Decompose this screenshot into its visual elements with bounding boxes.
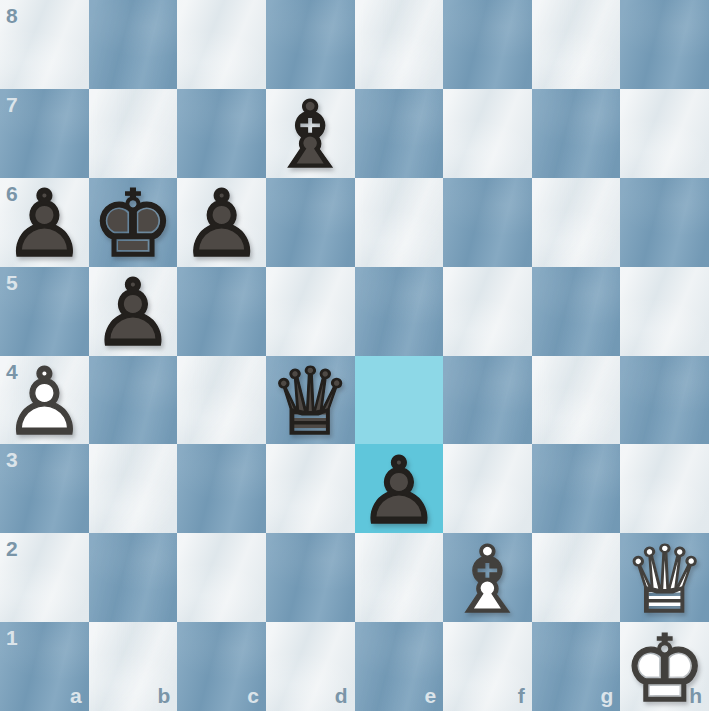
square-g5[interactable] bbox=[532, 267, 621, 356]
square-c5[interactable] bbox=[177, 267, 266, 356]
square-a4[interactable]: 4♟♙ bbox=[0, 356, 89, 445]
black-bishop-outline: ♗ bbox=[269, 90, 352, 183]
square-d5[interactable] bbox=[266, 267, 355, 356]
square-b6[interactable]: ♚♔ bbox=[89, 178, 178, 267]
square-b1[interactable]: b bbox=[89, 622, 178, 711]
square-f3[interactable] bbox=[443, 444, 532, 533]
file-label-d: d bbox=[335, 685, 348, 706]
black-pawn-outline: ♙ bbox=[180, 178, 263, 271]
square-b8[interactable] bbox=[89, 0, 178, 89]
square-f1[interactable]: f bbox=[443, 622, 532, 711]
chess-board: 87♝♗6♟♙♚♔♟♙5♟♙4♟♙♛♕3♟♙2♝♗♛♕1abcdefgh♚♔ bbox=[0, 0, 709, 711]
file-label-a: a bbox=[70, 685, 82, 706]
square-e4[interactable] bbox=[355, 356, 444, 445]
square-e7[interactable] bbox=[355, 89, 444, 178]
square-d2[interactable] bbox=[266, 533, 355, 622]
white-queen[interactable]: ♛♕ bbox=[620, 533, 709, 622]
square-c2[interactable] bbox=[177, 533, 266, 622]
square-b4[interactable] bbox=[89, 356, 178, 445]
square-a8[interactable]: 8 bbox=[0, 0, 89, 89]
rank-label-7: 7 bbox=[6, 94, 18, 115]
square-g7[interactable] bbox=[532, 89, 621, 178]
black-pawn[interactable]: ♟♙ bbox=[0, 178, 89, 267]
square-g2[interactable] bbox=[532, 533, 621, 622]
square-e6[interactable] bbox=[355, 178, 444, 267]
square-b5[interactable]: ♟♙ bbox=[89, 267, 178, 356]
white-king[interactable]: ♚♔ bbox=[620, 622, 709, 711]
square-f8[interactable] bbox=[443, 0, 532, 89]
square-a1[interactable]: 1a bbox=[0, 622, 89, 711]
white-king-outline: ♔ bbox=[623, 623, 706, 711]
file-label-e: e bbox=[424, 685, 436, 706]
square-h5[interactable] bbox=[620, 267, 709, 356]
square-d7[interactable]: ♝♗ bbox=[266, 89, 355, 178]
file-label-g: g bbox=[601, 685, 614, 706]
white-bishop[interactable]: ♝♗ bbox=[443, 533, 532, 622]
square-h3[interactable] bbox=[620, 444, 709, 533]
square-h2[interactable]: ♛♕ bbox=[620, 533, 709, 622]
square-c4[interactable] bbox=[177, 356, 266, 445]
black-king[interactable]: ♚♔ bbox=[89, 178, 178, 267]
rank-label-8: 8 bbox=[6, 5, 18, 26]
white-pawn-outline: ♙ bbox=[3, 356, 86, 449]
square-h4[interactable] bbox=[620, 356, 709, 445]
square-f6[interactable] bbox=[443, 178, 532, 267]
square-g4[interactable] bbox=[532, 356, 621, 445]
black-king-outline: ♔ bbox=[91, 178, 174, 271]
white-queen-outline: ♕ bbox=[623, 534, 706, 627]
square-a2[interactable]: 2 bbox=[0, 533, 89, 622]
square-c8[interactable] bbox=[177, 0, 266, 89]
square-d4[interactable]: ♛♕ bbox=[266, 356, 355, 445]
file-label-f: f bbox=[518, 685, 525, 706]
square-d8[interactable] bbox=[266, 0, 355, 89]
square-d6[interactable] bbox=[266, 178, 355, 267]
square-c6[interactable]: ♟♙ bbox=[177, 178, 266, 267]
file-label-b: b bbox=[157, 685, 170, 706]
square-c3[interactable] bbox=[177, 444, 266, 533]
black-queen-outline: ♕ bbox=[269, 356, 352, 449]
black-pawn[interactable]: ♟♙ bbox=[89, 267, 178, 356]
square-d3[interactable] bbox=[266, 444, 355, 533]
square-h8[interactable] bbox=[620, 0, 709, 89]
white-bishop-outline: ♗ bbox=[446, 534, 529, 627]
square-f5[interactable] bbox=[443, 267, 532, 356]
square-g3[interactable] bbox=[532, 444, 621, 533]
square-e8[interactable] bbox=[355, 0, 444, 89]
rank-label-2: 2 bbox=[6, 538, 18, 559]
black-pawn-outline: ♙ bbox=[3, 178, 86, 271]
black-bishop[interactable]: ♝♗ bbox=[266, 89, 355, 178]
square-f2[interactable]: ♝♗ bbox=[443, 533, 532, 622]
black-pawn[interactable]: ♟♙ bbox=[355, 444, 444, 533]
black-queen[interactable]: ♛♕ bbox=[266, 356, 355, 445]
square-e2[interactable] bbox=[355, 533, 444, 622]
square-a3[interactable]: 3 bbox=[0, 444, 89, 533]
square-h6[interactable] bbox=[620, 178, 709, 267]
square-e5[interactable] bbox=[355, 267, 444, 356]
square-a6[interactable]: 6♟♙ bbox=[0, 178, 89, 267]
square-f4[interactable] bbox=[443, 356, 532, 445]
square-g1[interactable]: g bbox=[532, 622, 621, 711]
square-g6[interactable] bbox=[532, 178, 621, 267]
square-e3[interactable]: ♟♙ bbox=[355, 444, 444, 533]
white-pawn[interactable]: ♟♙ bbox=[0, 356, 89, 445]
square-e1[interactable]: e bbox=[355, 622, 444, 711]
square-b7[interactable] bbox=[89, 89, 178, 178]
file-label-c: c bbox=[247, 685, 259, 706]
square-a5[interactable]: 5 bbox=[0, 267, 89, 356]
square-g8[interactable] bbox=[532, 0, 621, 89]
square-b2[interactable] bbox=[89, 533, 178, 622]
black-pawn-outline: ♙ bbox=[91, 267, 174, 360]
square-h1[interactable]: h♚♔ bbox=[620, 622, 709, 711]
square-d1[interactable]: d bbox=[266, 622, 355, 711]
square-b3[interactable] bbox=[89, 444, 178, 533]
square-f7[interactable] bbox=[443, 89, 532, 178]
black-pawn[interactable]: ♟♙ bbox=[177, 178, 266, 267]
square-c1[interactable]: c bbox=[177, 622, 266, 711]
rank-label-1: 1 bbox=[6, 627, 18, 648]
black-pawn-outline: ♙ bbox=[357, 445, 440, 538]
square-h7[interactable] bbox=[620, 89, 709, 178]
square-a7[interactable]: 7 bbox=[0, 89, 89, 178]
square-c7[interactable] bbox=[177, 89, 266, 178]
